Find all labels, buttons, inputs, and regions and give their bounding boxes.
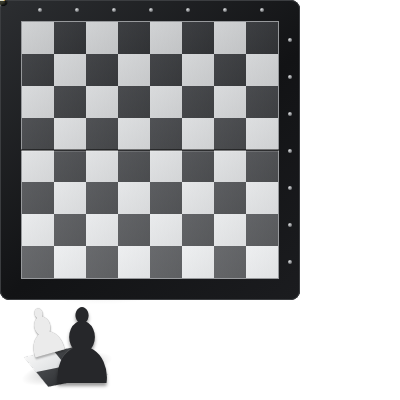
square-e2: [150, 214, 182, 246]
square-h3: [246, 182, 278, 214]
square-d8: [118, 22, 150, 54]
rivet-dot: [75, 8, 79, 12]
square-g5: [214, 118, 246, 150]
square-a7: [22, 54, 54, 86]
square-f4: [182, 150, 214, 182]
square-d7: [118, 54, 150, 86]
rivet-dot: [38, 8, 42, 12]
square-d4: [118, 150, 150, 182]
square-a1: [22, 246, 54, 278]
square-h1: [246, 246, 278, 278]
square-e8: [150, 22, 182, 54]
square-e1: [150, 246, 182, 278]
square-g4: [214, 150, 246, 182]
square-d3: [118, 182, 150, 214]
square-b8: [54, 22, 86, 54]
rivet-dot: [288, 260, 292, 264]
square-d1: [118, 246, 150, 278]
square-a8: [22, 22, 54, 54]
square-b1: [54, 246, 86, 278]
square-e5: [150, 118, 182, 150]
product-photo-stage: ♜♞♝♛♚♝♞♜♟♟♟♟♟♟♟♟♟♟♟♟♟♟♟♟♜♞♝♛♚♝♞♜ ♟ ♟: [0, 0, 400, 400]
square-g8: [214, 22, 246, 54]
square-d5: [118, 118, 150, 150]
square-c7: [86, 54, 118, 86]
magnet-demo-inset: ♟ ♟: [0, 290, 150, 400]
rivet-dot: [223, 8, 227, 12]
square-g6: [214, 86, 246, 118]
square-g2: [214, 214, 246, 246]
square-f7: [182, 54, 214, 86]
rivet-dot: [288, 149, 292, 153]
square-b4: [54, 150, 86, 182]
chessboard: [0, 0, 300, 300]
square-a4: [22, 150, 54, 182]
square-a2: [22, 214, 54, 246]
fold-seam: [21, 149, 279, 151]
square-c8: [86, 22, 118, 54]
square-f2: [182, 214, 214, 246]
rivet-dot: [112, 8, 116, 12]
square-c4: [86, 150, 118, 182]
square-c5: [86, 118, 118, 150]
square-h7: [246, 54, 278, 86]
square-a3: [22, 182, 54, 214]
rivet-dot: [260, 8, 264, 12]
square-b2: [54, 214, 86, 246]
square-g3: [214, 182, 246, 214]
square-a5: [22, 118, 54, 150]
rivet-dot: [149, 8, 153, 12]
square-c2: [86, 214, 118, 246]
square-b3: [54, 182, 86, 214]
rivet-dot: [288, 223, 292, 227]
square-e3: [150, 182, 182, 214]
square-f3: [182, 182, 214, 214]
square-e6: [150, 86, 182, 118]
square-d6: [118, 86, 150, 118]
square-d2: [118, 214, 150, 246]
square-e7: [150, 54, 182, 86]
rivet-dot: [288, 112, 292, 116]
square-g1: [214, 246, 246, 278]
rivet-dot: [288, 75, 292, 79]
square-g7: [214, 54, 246, 86]
rivet-dot: [288, 186, 292, 190]
square-h8: [246, 22, 278, 54]
square-b5: [54, 118, 86, 150]
square-c6: [86, 86, 118, 118]
square-f5: [182, 118, 214, 150]
inset-black-pawn: ♟: [45, 295, 120, 399]
square-h6: [246, 86, 278, 118]
square-f1: [182, 246, 214, 278]
square-f6: [182, 86, 214, 118]
square-h2: [246, 214, 278, 246]
square-b6: [54, 86, 86, 118]
rivet-dot: [288, 38, 292, 42]
square-e4: [150, 150, 182, 182]
square-a6: [22, 86, 54, 118]
square-h4: [246, 150, 278, 182]
rivet-dot: [186, 8, 190, 12]
square-h5: [246, 118, 278, 150]
square-f8: [182, 22, 214, 54]
square-c1: [86, 246, 118, 278]
square-b7: [54, 54, 86, 86]
square-c3: [86, 182, 118, 214]
